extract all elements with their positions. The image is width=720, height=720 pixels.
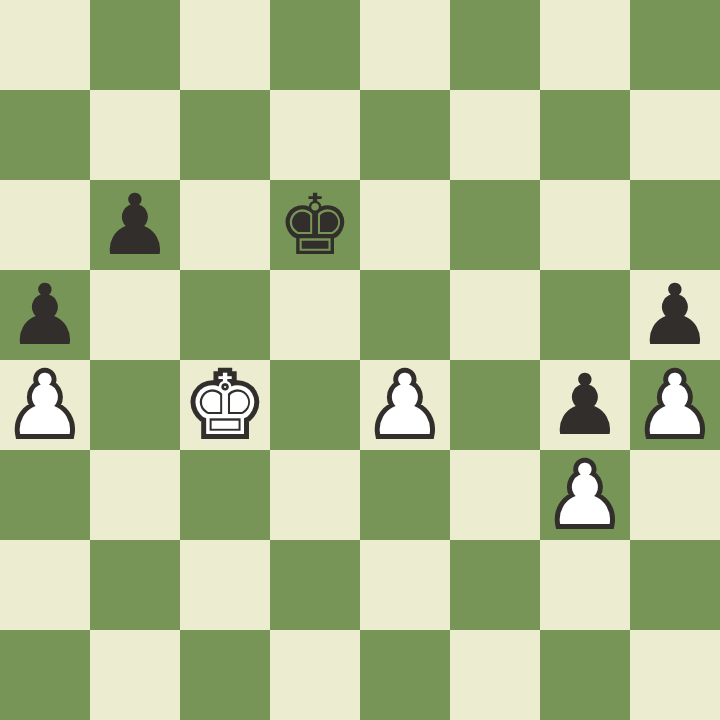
square-c6[interactable]	[180, 180, 270, 270]
piece-black-king[interactable]: ♚	[270, 180, 360, 270]
square-d2[interactable]	[270, 540, 360, 630]
square-f2[interactable]	[450, 540, 540, 630]
square-g3[interactable]: ♟♟	[540, 450, 630, 540]
square-c2[interactable]	[180, 540, 270, 630]
black-pawn-glyph: ♟	[0, 270, 90, 360]
square-f4[interactable]	[450, 360, 540, 450]
square-b1[interactable]	[90, 630, 180, 720]
square-d1[interactable]	[270, 630, 360, 720]
square-e6[interactable]	[360, 180, 450, 270]
white-pawn-glyph: ♟	[0, 360, 90, 450]
square-h5[interactable]: ♟	[630, 270, 720, 360]
square-h2[interactable]	[630, 540, 720, 630]
square-f6[interactable]	[450, 180, 540, 270]
piece-white-pawn[interactable]: ♟♟	[630, 360, 720, 450]
square-e3[interactable]	[360, 450, 450, 540]
square-a2[interactable]	[0, 540, 90, 630]
black-king-glyph: ♚	[270, 180, 360, 270]
square-f7[interactable]	[450, 90, 540, 180]
square-e2[interactable]	[360, 540, 450, 630]
chess-board: ♟♚♟♟♟♟♚♚♟♟♟♟♟♟♟	[0, 0, 720, 720]
white-pawn-glyph: ♟	[540, 450, 630, 540]
square-d4[interactable]	[270, 360, 360, 450]
square-a6[interactable]	[0, 180, 90, 270]
square-h6[interactable]	[630, 180, 720, 270]
square-h7[interactable]	[630, 90, 720, 180]
square-c7[interactable]	[180, 90, 270, 180]
square-g2[interactable]	[540, 540, 630, 630]
square-c8[interactable]	[180, 0, 270, 90]
square-e1[interactable]	[360, 630, 450, 720]
piece-white-pawn[interactable]: ♟♟	[0, 360, 90, 450]
square-d7[interactable]	[270, 90, 360, 180]
square-h8[interactable]	[630, 0, 720, 90]
piece-black-pawn[interactable]: ♟	[0, 270, 90, 360]
square-d6[interactable]: ♚	[270, 180, 360, 270]
piece-black-pawn[interactable]: ♟	[90, 180, 180, 270]
square-d5[interactable]	[270, 270, 360, 360]
square-g4[interactable]: ♟	[540, 360, 630, 450]
black-pawn-glyph: ♟	[90, 180, 180, 270]
square-a5[interactable]: ♟	[0, 270, 90, 360]
square-b5[interactable]	[90, 270, 180, 360]
square-a8[interactable]	[0, 0, 90, 90]
white-king-glyph: ♚	[180, 360, 270, 450]
square-f3[interactable]	[450, 450, 540, 540]
black-pawn-glyph: ♟	[630, 270, 720, 360]
square-g7[interactable]	[540, 90, 630, 180]
square-a3[interactable]	[0, 450, 90, 540]
square-c5[interactable]	[180, 270, 270, 360]
square-a7[interactable]	[0, 90, 90, 180]
square-b7[interactable]	[90, 90, 180, 180]
square-b3[interactable]	[90, 450, 180, 540]
square-e4[interactable]: ♟♟	[360, 360, 450, 450]
square-f5[interactable]	[450, 270, 540, 360]
black-pawn-glyph: ♟	[540, 360, 630, 450]
piece-black-pawn[interactable]: ♟	[540, 360, 630, 450]
piece-white-pawn[interactable]: ♟♟	[360, 360, 450, 450]
piece-black-pawn[interactable]: ♟	[630, 270, 720, 360]
piece-white-pawn[interactable]: ♟♟	[540, 450, 630, 540]
square-e7[interactable]	[360, 90, 450, 180]
square-b8[interactable]	[90, 0, 180, 90]
square-c3[interactable]	[180, 450, 270, 540]
square-h4[interactable]: ♟♟	[630, 360, 720, 450]
square-d3[interactable]	[270, 450, 360, 540]
square-f8[interactable]	[450, 0, 540, 90]
square-g8[interactable]	[540, 0, 630, 90]
square-f1[interactable]	[450, 630, 540, 720]
piece-white-king[interactable]: ♚♚	[180, 360, 270, 450]
square-h1[interactable]	[630, 630, 720, 720]
square-b4[interactable]	[90, 360, 180, 450]
square-a1[interactable]	[0, 630, 90, 720]
square-e5[interactable]	[360, 270, 450, 360]
square-g6[interactable]	[540, 180, 630, 270]
square-e8[interactable]	[360, 0, 450, 90]
white-pawn-glyph: ♟	[360, 360, 450, 450]
square-b6[interactable]: ♟	[90, 180, 180, 270]
square-d8[interactable]	[270, 0, 360, 90]
square-c4[interactable]: ♚♚	[180, 360, 270, 450]
square-a4[interactable]: ♟♟	[0, 360, 90, 450]
square-g5[interactable]	[540, 270, 630, 360]
square-c1[interactable]	[180, 630, 270, 720]
square-b2[interactable]	[90, 540, 180, 630]
square-g1[interactable]	[540, 630, 630, 720]
square-h3[interactable]	[630, 450, 720, 540]
white-pawn-glyph: ♟	[630, 360, 720, 450]
